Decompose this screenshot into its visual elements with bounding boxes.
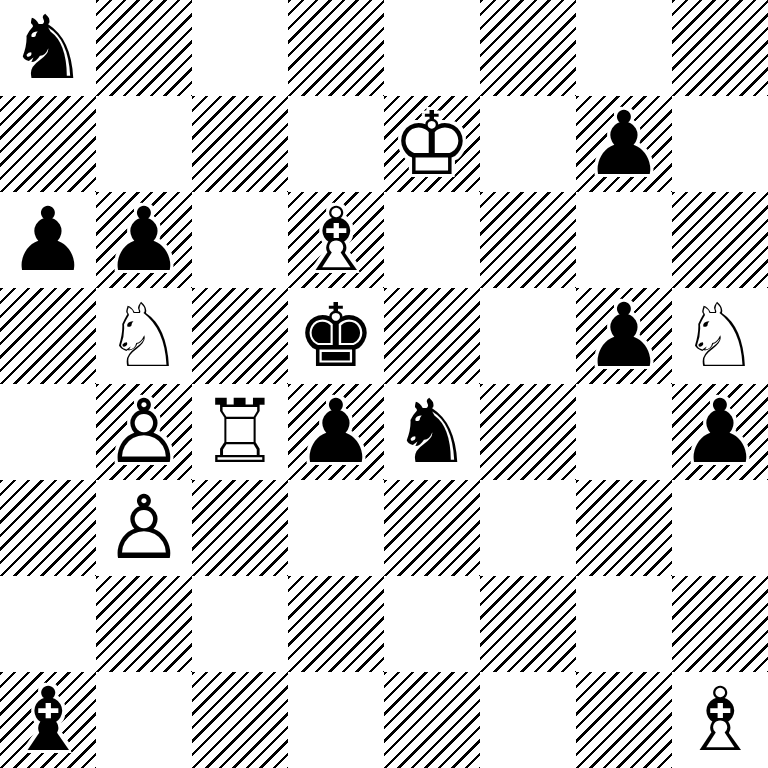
square-h8[interactable] — [672, 0, 768, 96]
square-f8[interactable] — [480, 0, 576, 96]
square-a3[interactable] — [0, 480, 96, 576]
square-g6[interactable] — [576, 192, 672, 288]
square-d2[interactable] — [288, 576, 384, 672]
square-c3[interactable] — [192, 480, 288, 576]
square-c7[interactable] — [192, 96, 288, 192]
square-d1[interactable] — [288, 672, 384, 768]
square-f6[interactable] — [480, 192, 576, 288]
square-a5[interactable] — [0, 288, 96, 384]
piece-black-king: ♚ — [288, 288, 384, 384]
square-h4[interactable]: ♟♟ — [672, 384, 768, 480]
square-h3[interactable] — [672, 480, 768, 576]
square-f5[interactable] — [480, 288, 576, 384]
square-a8[interactable]: ♞♞ — [0, 0, 96, 96]
piece-black-knight: ♞ — [0, 0, 96, 96]
piece-black-pawn: ♟ — [96, 192, 192, 288]
square-d8[interactable] — [288, 0, 384, 96]
square-h2[interactable] — [672, 576, 768, 672]
square-c5[interactable] — [192, 288, 288, 384]
square-c2[interactable] — [192, 576, 288, 672]
square-d6[interactable]: ♝♗ — [288, 192, 384, 288]
square-b4[interactable]: ♟♙ — [96, 384, 192, 480]
chess-board: ♞♞♚♔♟♟♟♟♟♟♝♗♞♘♚♚♟♟♞♘♟♙♜♖♟♟♞♞♟♟♟♙♝♝♝♗ — [0, 0, 768, 768]
square-g1[interactable] — [576, 672, 672, 768]
square-e4[interactable]: ♞♞ — [384, 384, 480, 480]
square-e2[interactable] — [384, 576, 480, 672]
square-g4[interactable] — [576, 384, 672, 480]
square-c4[interactable]: ♜♖ — [192, 384, 288, 480]
square-h1[interactable]: ♝♗ — [672, 672, 768, 768]
square-c8[interactable] — [192, 0, 288, 96]
square-b8[interactable] — [96, 0, 192, 96]
square-b3[interactable]: ♟♙ — [96, 480, 192, 576]
piece-white-pawn: ♙ — [96, 384, 192, 480]
square-e8[interactable] — [384, 0, 480, 96]
square-d4[interactable]: ♟♟ — [288, 384, 384, 480]
square-g5[interactable]: ♟♟ — [576, 288, 672, 384]
square-a6[interactable]: ♟♟ — [0, 192, 96, 288]
square-d3[interactable] — [288, 480, 384, 576]
square-f3[interactable] — [480, 480, 576, 576]
square-a2[interactable] — [0, 576, 96, 672]
piece-white-king: ♔ — [384, 96, 480, 192]
square-h6[interactable] — [672, 192, 768, 288]
square-d5[interactable]: ♚♚ — [288, 288, 384, 384]
square-b7[interactable] — [96, 96, 192, 192]
piece-white-rook: ♖ — [192, 384, 288, 480]
piece-black-pawn: ♟ — [576, 288, 672, 384]
square-h7[interactable] — [672, 96, 768, 192]
square-b2[interactable] — [96, 576, 192, 672]
square-h5[interactable]: ♞♘ — [672, 288, 768, 384]
square-b5[interactable]: ♞♘ — [96, 288, 192, 384]
square-e3[interactable] — [384, 480, 480, 576]
square-f2[interactable] — [480, 576, 576, 672]
piece-black-pawn: ♟ — [0, 192, 96, 288]
square-e1[interactable] — [384, 672, 480, 768]
square-f1[interactable] — [480, 672, 576, 768]
piece-black-pawn: ♟ — [672, 384, 768, 480]
square-a1[interactable]: ♝♝ — [0, 672, 96, 768]
piece-black-pawn: ♟ — [576, 96, 672, 192]
piece-black-bishop: ♝ — [0, 672, 96, 768]
square-g3[interactable] — [576, 480, 672, 576]
square-g8[interactable] — [576, 0, 672, 96]
square-g2[interactable] — [576, 576, 672, 672]
piece-white-bishop: ♗ — [672, 672, 768, 768]
piece-black-pawn: ♟ — [288, 384, 384, 480]
piece-white-knight: ♘ — [672, 288, 768, 384]
square-f7[interactable] — [480, 96, 576, 192]
square-f4[interactable] — [480, 384, 576, 480]
square-c6[interactable] — [192, 192, 288, 288]
square-b6[interactable]: ♟♟ — [96, 192, 192, 288]
piece-white-bishop: ♗ — [288, 192, 384, 288]
piece-white-pawn: ♙ — [96, 480, 192, 576]
piece-black-knight: ♞ — [384, 384, 480, 480]
square-e7[interactable]: ♚♔ — [384, 96, 480, 192]
square-e6[interactable] — [384, 192, 480, 288]
square-e5[interactable] — [384, 288, 480, 384]
square-d7[interactable] — [288, 96, 384, 192]
piece-white-knight: ♘ — [96, 288, 192, 384]
square-a7[interactable] — [0, 96, 96, 192]
square-g7[interactable]: ♟♟ — [576, 96, 672, 192]
square-b1[interactable] — [96, 672, 192, 768]
square-a4[interactable] — [0, 384, 96, 480]
square-c1[interactable] — [192, 672, 288, 768]
